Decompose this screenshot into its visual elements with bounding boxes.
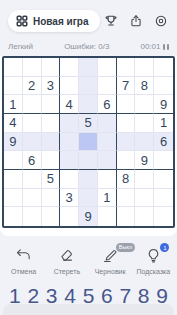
new-game-label: Новая игра xyxy=(33,16,89,27)
cell-r8c9[interactable] xyxy=(154,189,173,208)
cell-r7c1[interactable] xyxy=(4,170,23,189)
cell-r8c7[interactable] xyxy=(117,189,136,208)
status-bar: Легкий Ошибки: 0/3 00:01 xyxy=(0,32,177,56)
cell-r7c9[interactable] xyxy=(154,170,173,189)
cell-r9c2[interactable] xyxy=(23,207,42,226)
notes-label: Черновик xyxy=(95,268,126,275)
cell-r1c1[interactable] xyxy=(4,58,23,77)
new-game-button[interactable]: Новая игра xyxy=(8,10,100,32)
cell-r3c1[interactable]: 1 xyxy=(4,95,23,114)
cell-r8c3[interactable] xyxy=(42,189,61,208)
timer-label: 00:01 xyxy=(140,42,160,51)
cell-r3c4[interactable]: 4 xyxy=(60,95,79,114)
sudoku-app: Новая игра xyxy=(0,0,177,315)
cell-r8c2[interactable] xyxy=(23,189,42,208)
cell-r1c3[interactable] xyxy=(42,58,61,77)
cell-r6c8[interactable]: 9 xyxy=(135,151,154,170)
toolbar: Отмена Стереть Выкл Черновик 1 xyxy=(0,236,177,275)
bottom-panel xyxy=(3,304,174,315)
cell-r1c8[interactable] xyxy=(135,58,154,77)
cell-r4c8[interactable] xyxy=(135,114,154,133)
share-icon[interactable] xyxy=(128,14,143,29)
undo-icon xyxy=(15,247,32,264)
notes-button[interactable]: Выкл Черновик xyxy=(93,247,127,275)
cell-r1c4[interactable] xyxy=(60,58,79,77)
cell-r9c6[interactable] xyxy=(98,207,117,226)
cell-r6c1[interactable] xyxy=(4,151,23,170)
cell-r2c3[interactable]: 3 xyxy=(42,77,61,96)
cell-r6c6[interactable] xyxy=(98,151,117,170)
cell-r6c3[interactable] xyxy=(42,151,61,170)
cell-r3c3[interactable] xyxy=(42,95,61,114)
cell-r9c8[interactable] xyxy=(135,207,154,226)
cell-r7c7[interactable]: 8 xyxy=(117,170,136,189)
cell-r2c5[interactable] xyxy=(79,77,98,96)
pause-button[interactable] xyxy=(163,44,169,50)
cell-r5c1[interactable]: 9 xyxy=(4,133,23,152)
cell-r9c4[interactable] xyxy=(60,207,79,226)
cell-r1c7[interactable] xyxy=(117,58,136,77)
cell-r4c1[interactable]: 4 xyxy=(4,114,23,133)
cell-r1c6[interactable] xyxy=(98,58,117,77)
cell-r4c6[interactable] xyxy=(98,114,117,133)
cell-r2c7[interactable]: 7 xyxy=(117,77,136,96)
cell-r6c9[interactable] xyxy=(154,151,173,170)
cell-r3c2[interactable] xyxy=(23,95,42,114)
cell-r7c2[interactable] xyxy=(23,170,42,189)
cell-r2c8[interactable]: 8 xyxy=(135,77,154,96)
cell-r7c8[interactable] xyxy=(135,170,154,189)
notes-toggle-badge: Выкл xyxy=(116,243,135,252)
cell-r4c2[interactable] xyxy=(23,114,42,133)
hint-label: Подсказка xyxy=(137,268,171,275)
sudoku-board: 23781469451966958319 xyxy=(2,56,175,228)
cell-r9c3[interactable] xyxy=(42,207,61,226)
cell-r6c2[interactable]: 6 xyxy=(23,151,42,170)
grid-icon xyxy=(16,15,28,27)
undo-label: Отмена xyxy=(11,268,36,275)
cell-r4c9[interactable]: 1 xyxy=(154,114,173,133)
cell-r9c7[interactable] xyxy=(117,207,136,226)
cell-r8c1[interactable] xyxy=(4,189,23,208)
cell-r3c5[interactable] xyxy=(79,95,98,114)
cell-r2c1[interactable] xyxy=(4,77,23,96)
cell-r1c9[interactable] xyxy=(154,58,173,77)
erase-button[interactable]: Стереть xyxy=(50,247,84,275)
bulb-icon xyxy=(145,247,162,264)
cell-r5c9[interactable]: 6 xyxy=(154,133,173,152)
eraser-icon xyxy=(58,247,75,264)
difficulty-label: Легкий xyxy=(8,42,33,51)
cell-r5c8[interactable] xyxy=(135,133,154,152)
cell-r9c9[interactable] xyxy=(154,207,173,226)
cell-r8c5[interactable] xyxy=(79,189,98,208)
cell-r9c1[interactable] xyxy=(4,207,23,226)
cell-r5c7[interactable] xyxy=(117,133,136,152)
cell-r6c5[interactable] xyxy=(79,151,98,170)
cell-r7c6[interactable] xyxy=(98,170,117,189)
cell-r1c5[interactable] xyxy=(79,58,98,77)
cell-r4c7[interactable] xyxy=(117,114,136,133)
cell-r5c4[interactable] xyxy=(60,133,79,152)
cell-r9c5[interactable]: 9 xyxy=(79,207,98,226)
cell-r5c2[interactable] xyxy=(23,133,42,152)
erase-label: Стереть xyxy=(54,268,80,275)
cell-r2c4[interactable] xyxy=(60,77,79,96)
cell-r2c9[interactable] xyxy=(154,77,173,96)
undo-button[interactable]: Отмена xyxy=(7,247,41,275)
cell-r7c5[interactable] xyxy=(79,170,98,189)
settings-icon[interactable] xyxy=(153,14,168,29)
cell-r6c4[interactable] xyxy=(60,151,79,170)
cell-r7c4[interactable] xyxy=(60,170,79,189)
cell-r4c3[interactable] xyxy=(42,114,61,133)
cell-r7c3[interactable]: 5 xyxy=(42,170,61,189)
cell-r8c4[interactable]: 3 xyxy=(60,189,79,208)
header-icons xyxy=(103,14,168,29)
trophy-icon[interactable] xyxy=(103,14,118,29)
cell-r8c6[interactable]: 1 xyxy=(98,189,117,208)
cell-r4c5[interactable]: 5 xyxy=(79,114,98,133)
cell-r3c6[interactable]: 6 xyxy=(98,95,117,114)
cell-r2c2[interactable]: 2 xyxy=(23,77,42,96)
cell-r1c2[interactable] xyxy=(23,58,42,77)
cell-r3c9[interactable]: 9 xyxy=(154,95,173,114)
cell-r3c8[interactable] xyxy=(135,95,154,114)
cell-r4c4[interactable] xyxy=(60,114,79,133)
cell-r5c5[interactable] xyxy=(79,133,98,152)
cell-r2c6[interactable] xyxy=(98,77,117,96)
hint-button[interactable]: 1 Подсказка xyxy=(136,247,170,275)
cell-r8c8[interactable] xyxy=(135,189,154,208)
cell-r3c7[interactable] xyxy=(117,95,136,114)
board-card: 23781469451966958319 xyxy=(0,56,177,236)
cell-r5c6[interactable] xyxy=(98,133,117,152)
mistakes-label: Ошибки: 0/3 xyxy=(64,42,109,51)
cell-r6c7[interactable] xyxy=(117,151,136,170)
header: Новая игра xyxy=(0,0,177,32)
cell-r5c3[interactable] xyxy=(42,133,61,152)
hint-count-badge: 1 xyxy=(160,243,169,252)
